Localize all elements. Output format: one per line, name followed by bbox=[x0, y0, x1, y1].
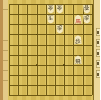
square-3c[interactable] bbox=[64, 24, 73, 34]
hand-piece-cropped[interactable] bbox=[96, 60, 101, 68]
square-4h[interactable] bbox=[55, 75, 64, 85]
square-5i[interactable] bbox=[46, 85, 55, 95]
square-6e[interactable] bbox=[37, 45, 46, 55]
square-6g[interactable] bbox=[37, 65, 46, 75]
square-9g[interactable] bbox=[9, 65, 18, 75]
piece-glyph: 馬 bbox=[75, 17, 80, 23]
square-2e[interactable] bbox=[73, 45, 82, 55]
board-gridline bbox=[9, 95, 92, 96]
square-3e[interactable] bbox=[64, 45, 73, 55]
square-4f[interactable] bbox=[55, 55, 64, 65]
square-8e[interactable] bbox=[18, 45, 27, 55]
square-1i[interactable] bbox=[83, 85, 92, 95]
hand-piece-cropped[interactable] bbox=[96, 39, 101, 47]
square-1d[interactable] bbox=[83, 34, 92, 44]
square-2c[interactable] bbox=[73, 24, 82, 34]
square-9h[interactable] bbox=[9, 75, 18, 85]
piece-glyph: 飛 bbox=[75, 58, 80, 64]
square-7d[interactable] bbox=[27, 34, 36, 44]
square-1h[interactable] bbox=[83, 75, 92, 85]
square-6i[interactable] bbox=[37, 85, 46, 95]
square-8b[interactable] bbox=[18, 14, 27, 24]
square-6b[interactable] bbox=[37, 14, 46, 24]
square-6c[interactable] bbox=[37, 24, 46, 34]
shogi-board: 金金香玉馬歩歩歩飛 bbox=[8, 0, 94, 100]
square-6f[interactable] bbox=[37, 55, 46, 65]
piece-glyph: 歩 bbox=[75, 38, 80, 44]
square-4i[interactable] bbox=[55, 85, 64, 95]
square-7a[interactable] bbox=[27, 4, 36, 14]
square-1e[interactable] bbox=[83, 45, 92, 55]
square-2a[interactable] bbox=[73, 4, 82, 14]
square-8c[interactable] bbox=[18, 24, 27, 34]
shogi-app-screenshot: 金金香玉馬歩歩歩飛 bbox=[0, 0, 100, 100]
square-5d[interactable] bbox=[46, 34, 55, 44]
square-7e[interactable] bbox=[27, 45, 36, 55]
square-7b[interactable] bbox=[27, 14, 36, 24]
square-9i[interactable] bbox=[9, 85, 18, 95]
square-8f[interactable] bbox=[18, 55, 27, 65]
square-5e[interactable] bbox=[46, 45, 55, 55]
hand-piece-cropped[interactable] bbox=[96, 70, 101, 78]
square-8g[interactable] bbox=[18, 65, 27, 75]
square-5g[interactable] bbox=[46, 65, 55, 75]
square-1c[interactable] bbox=[83, 24, 92, 34]
square-9b[interactable] bbox=[9, 14, 18, 24]
square-9e[interactable] bbox=[9, 45, 18, 55]
piece-glyph: 金 bbox=[48, 5, 53, 11]
square-2i[interactable] bbox=[73, 85, 82, 95]
sente-hand-tray bbox=[93, 0, 101, 100]
square-7g[interactable] bbox=[27, 65, 36, 75]
square-9f[interactable] bbox=[9, 55, 18, 65]
square-8d[interactable] bbox=[18, 34, 27, 44]
square-1f[interactable] bbox=[83, 55, 92, 65]
square-2h[interactable] bbox=[73, 75, 82, 85]
square-5f[interactable] bbox=[46, 55, 55, 65]
square-5c[interactable] bbox=[46, 24, 55, 34]
square-3i[interactable] bbox=[64, 85, 73, 95]
piece-glyph: 金 bbox=[57, 5, 62, 11]
square-6d[interactable] bbox=[37, 34, 46, 44]
square-8h[interactable] bbox=[18, 75, 27, 85]
square-8i[interactable] bbox=[18, 85, 27, 95]
square-7f[interactable] bbox=[27, 55, 36, 65]
square-9a[interactable] bbox=[9, 4, 18, 14]
square-3g[interactable] bbox=[64, 65, 73, 75]
square-6a[interactable] bbox=[37, 4, 46, 14]
square-6h[interactable] bbox=[37, 75, 46, 85]
square-9d[interactable] bbox=[9, 34, 18, 44]
piece-glyph: 歩 bbox=[57, 25, 62, 31]
square-9c[interactable] bbox=[9, 24, 18, 34]
hand-piece-cropped[interactable] bbox=[96, 28, 101, 36]
square-3a[interactable] bbox=[64, 4, 73, 14]
square-7c[interactable] bbox=[27, 24, 36, 34]
square-2g[interactable] bbox=[73, 65, 82, 75]
piece-glyph: 玉 bbox=[48, 15, 53, 21]
piece-glyph: 香 bbox=[84, 5, 89, 11]
piece-glyph: 歩 bbox=[84, 15, 89, 21]
square-3b[interactable] bbox=[64, 14, 73, 24]
square-3h[interactable] bbox=[64, 75, 73, 85]
square-4b[interactable] bbox=[55, 14, 64, 24]
square-4e[interactable] bbox=[55, 45, 64, 55]
square-4g[interactable] bbox=[55, 65, 64, 75]
hand-piece-cropped[interactable] bbox=[96, 49, 101, 57]
square-4d[interactable] bbox=[55, 34, 64, 44]
square-5h[interactable] bbox=[46, 75, 55, 85]
square-1g[interactable] bbox=[83, 65, 92, 75]
square-7h[interactable] bbox=[27, 75, 36, 85]
square-8a[interactable] bbox=[18, 4, 27, 14]
square-7i[interactable] bbox=[27, 85, 36, 95]
square-3d[interactable] bbox=[64, 34, 73, 44]
square-3f[interactable] bbox=[64, 55, 73, 65]
